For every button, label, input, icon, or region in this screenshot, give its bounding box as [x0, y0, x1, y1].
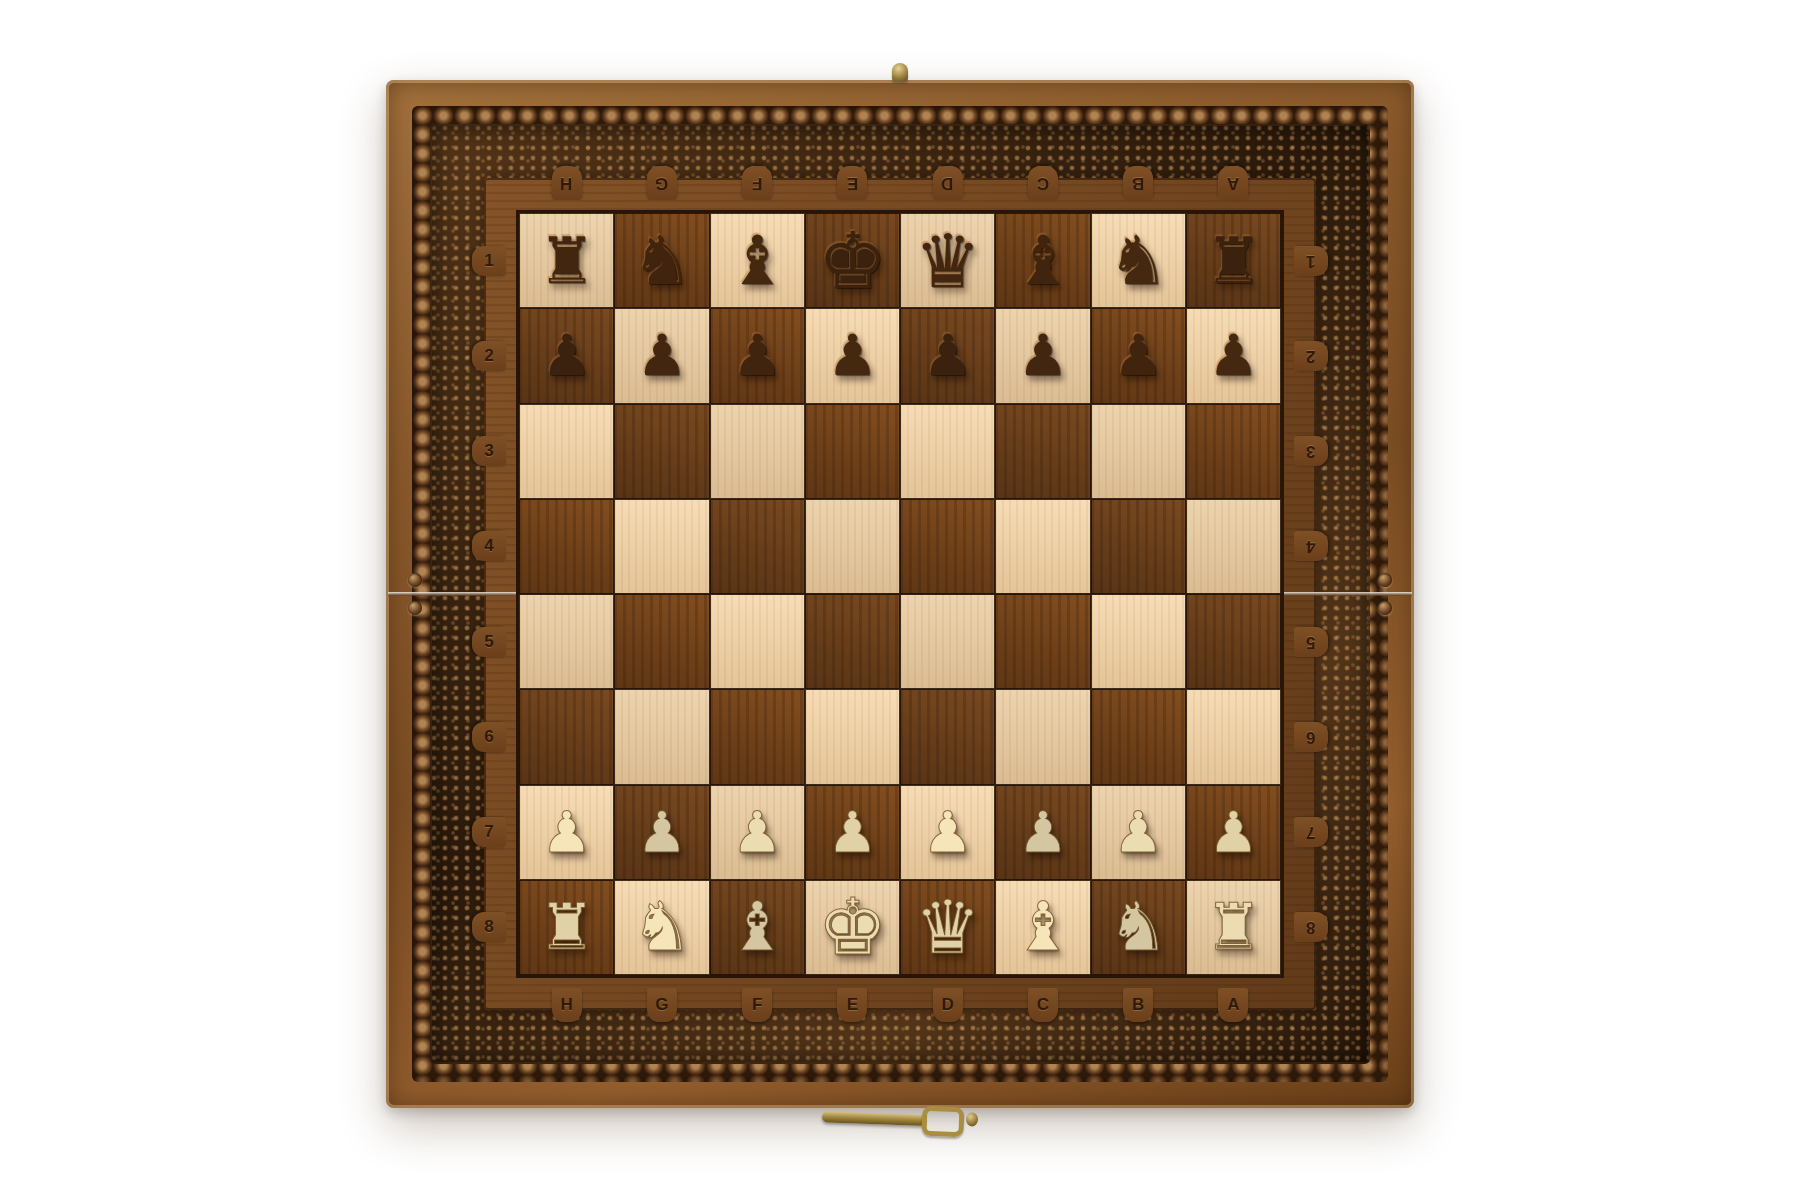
rank-label-right-1-text: 1: [1306, 251, 1315, 271]
square-e4[interactable]: [805, 499, 900, 594]
file-label-bottom-f: F: [742, 988, 772, 1022]
file-label-bottom-e: E: [837, 988, 867, 1022]
rank-label-left-3-text: 3: [484, 441, 493, 461]
rank-label-left-6: 6: [472, 722, 506, 752]
square-c6[interactable]: [995, 689, 1090, 784]
piece-white-bishop[interactable]: ♝: [1012, 893, 1073, 961]
hinge-pin-hole: [1378, 601, 1392, 615]
piece-black-pawn[interactable]: ♟: [827, 327, 878, 384]
file-label-bottom-e-text: E: [847, 995, 858, 1015]
square-f2[interactable]: ♟: [710, 308, 805, 403]
piece-white-pawn[interactable]: ♟: [1113, 804, 1164, 861]
rank-label-left-4-text: 4: [484, 536, 493, 556]
chess-box: ♜♞♝♚♛♝♞♜♟♟♟♟♟♟♟♟♟♟♟♟♟♟♟♟♜♞♝♚♛♝♞♜ HGFEDCB…: [386, 80, 1414, 1108]
square-d5[interactable]: [900, 594, 995, 689]
fold-seam-left-gap: [388, 592, 516, 596]
rank-label-right-7: 7: [1294, 817, 1328, 847]
hinge-knob: [892, 63, 908, 81]
photo-scene: ♜♞♝♚♛♝♞♜♟♟♟♟♟♟♟♟♟♟♟♟♟♟♟♟♜♞♝♚♛♝♞♜ HGFEDCB…: [0, 0, 1800, 1200]
rank-label-left-8-text: 8: [484, 917, 493, 937]
piece-white-pawn[interactable]: ♟: [827, 804, 878, 861]
square-h6[interactable]: [519, 689, 614, 784]
rank-label-right-4-text: 4: [1306, 536, 1315, 556]
file-label-top-d: D: [933, 166, 963, 200]
square-b8[interactable]: ♞: [1091, 880, 1186, 975]
rank-label-left-7-text: 7: [484, 822, 493, 842]
rank-label-left-8: 8: [472, 912, 506, 942]
square-h8[interactable]: ♜: [519, 880, 614, 975]
rank-label-right-2: 2: [1294, 341, 1328, 371]
square-d4[interactable]: [900, 499, 995, 594]
piece-white-pawn[interactable]: ♟: [1208, 804, 1259, 861]
piece-white-knight[interactable]: ♞: [631, 893, 692, 961]
square-e1[interactable]: ♚: [805, 213, 900, 308]
piece-black-bishop[interactable]: ♝: [727, 227, 788, 295]
piece-black-pawn[interactable]: ♟: [922, 327, 973, 384]
file-label-bottom-c: C: [1028, 988, 1058, 1022]
square-d3[interactable]: [900, 404, 995, 499]
square-b3[interactable]: [1091, 404, 1186, 499]
hinge-pin-hole: [1378, 573, 1392, 587]
square-h2[interactable]: ♟: [519, 308, 614, 403]
file-label-top-e-text: E: [847, 173, 858, 193]
file-label-bottom-f-text: F: [752, 995, 762, 1015]
square-b4[interactable]: [1091, 499, 1186, 594]
square-b1[interactable]: ♞: [1091, 213, 1186, 308]
piece-black-pawn[interactable]: ♟: [1113, 327, 1164, 384]
file-label-top-f-text: F: [752, 173, 762, 193]
piece-black-pawn[interactable]: ♟: [541, 327, 592, 384]
square-h1[interactable]: ♜: [519, 213, 614, 308]
square-g3[interactable]: [614, 404, 709, 499]
piece-white-queen[interactable]: ♛: [914, 890, 980, 964]
square-d8[interactable]: ♛: [900, 880, 995, 975]
square-g1[interactable]: ♞: [614, 213, 709, 308]
square-g4[interactable]: [614, 499, 709, 594]
square-b7[interactable]: ♟: [1091, 785, 1186, 880]
piece-black-pawn[interactable]: ♟: [732, 327, 783, 384]
file-label-bottom-d: D: [933, 988, 963, 1022]
file-label-top-h: H: [552, 166, 582, 200]
file-label-top-h-text: H: [560, 173, 572, 193]
file-label-bottom-h-text: H: [560, 995, 572, 1015]
square-d6[interactable]: [900, 689, 995, 784]
piece-white-pawn[interactable]: ♟: [1017, 804, 1068, 861]
file-label-top-d-text: D: [941, 173, 953, 193]
file-label-top-g-text: G: [655, 173, 668, 193]
square-f8[interactable]: ♝: [710, 880, 805, 975]
square-b5[interactable]: [1091, 594, 1186, 689]
file-label-top-c: C: [1028, 166, 1058, 200]
rank-label-right-6-text: 6: [1306, 727, 1315, 747]
file-label-bottom-g-text: G: [655, 995, 668, 1015]
rank-label-right-3: 3: [1294, 436, 1328, 466]
fold-seam: [390, 593, 1410, 595]
square-h4[interactable]: [519, 499, 614, 594]
rank-label-right-6: 6: [1294, 722, 1328, 752]
piece-white-pawn[interactable]: ♟: [541, 804, 592, 861]
file-label-top-b-text: B: [1132, 173, 1144, 193]
rank-label-left-1: 1: [472, 246, 506, 276]
square-c1[interactable]: ♝: [995, 213, 1090, 308]
square-c5[interactable]: [995, 594, 1090, 689]
square-f7[interactable]: ♟: [710, 785, 805, 880]
square-g7[interactable]: ♟: [614, 785, 709, 880]
square-a5[interactable]: [1186, 594, 1281, 689]
rank-label-right-5-text: 5: [1306, 632, 1315, 652]
file-label-bottom-b: B: [1123, 988, 1153, 1022]
rank-label-left-5: 5: [472, 627, 506, 657]
piece-black-queen[interactable]: ♛: [914, 224, 980, 298]
piece-white-bishop[interactable]: ♝: [727, 893, 788, 961]
rank-label-right-7-text: 7: [1306, 822, 1315, 842]
square-d2[interactable]: ♟: [900, 308, 995, 403]
file-label-top-e: E: [837, 166, 867, 200]
square-a2[interactable]: ♟: [1186, 308, 1281, 403]
file-label-top-f: F: [742, 166, 772, 200]
square-e3[interactable]: [805, 404, 900, 499]
file-label-top-a-text: A: [1227, 173, 1239, 193]
file-label-top-b: B: [1123, 166, 1153, 200]
file-label-top-g: G: [647, 166, 677, 200]
clasp-hook: [921, 1106, 964, 1137]
rank-label-right-8-text: 8: [1306, 917, 1315, 937]
fold-seam-right-gap: [1284, 592, 1412, 596]
piece-white-pawn[interactable]: ♟: [636, 804, 687, 861]
rank-label-left-2: 2: [472, 341, 506, 371]
file-label-bottom-c-text: C: [1037, 995, 1049, 1015]
square-d7[interactable]: ♟: [900, 785, 995, 880]
square-a8[interactable]: ♜: [1186, 880, 1281, 975]
square-b6[interactable]: [1091, 689, 1186, 784]
square-c8[interactable]: ♝: [995, 880, 1090, 975]
piece-black-king[interactable]: ♚: [817, 222, 887, 300]
rank-label-right-1: 1: [1294, 246, 1328, 276]
square-c3[interactable]: [995, 404, 1090, 499]
piece-white-rook[interactable]: ♜: [1205, 895, 1262, 959]
square-f5[interactable]: [710, 594, 805, 689]
file-label-top-c-text: C: [1037, 173, 1049, 193]
rank-label-left-1-text: 1: [484, 251, 493, 271]
piece-black-bishop[interactable]: ♝: [1012, 227, 1073, 295]
file-label-bottom-b-text: B: [1132, 995, 1144, 1015]
square-g5[interactable]: [614, 594, 709, 689]
piece-black-rook[interactable]: ♜: [1205, 229, 1262, 293]
square-e8[interactable]: ♚: [805, 880, 900, 975]
clasp-pin: [966, 1112, 978, 1126]
square-c4[interactable]: [995, 499, 1090, 594]
piece-white-pawn[interactable]: ♟: [922, 804, 973, 861]
square-a3[interactable]: [1186, 404, 1281, 499]
square-g2[interactable]: ♟: [614, 308, 709, 403]
file-label-bottom-g: G: [647, 988, 677, 1022]
hinge-pin-hole: [408, 573, 422, 587]
piece-white-rook[interactable]: ♜: [538, 895, 595, 959]
rank-label-left-4: 4: [472, 531, 506, 561]
square-c7[interactable]: ♟: [995, 785, 1090, 880]
piece-black-pawn[interactable]: ♟: [1017, 327, 1068, 384]
file-label-top-a: A: [1218, 166, 1248, 200]
square-d1[interactable]: ♛: [900, 213, 995, 308]
rank-label-left-2-text: 2: [484, 346, 493, 366]
square-e2[interactable]: ♟: [805, 308, 900, 403]
square-a6[interactable]: [1186, 689, 1281, 784]
piece-black-rook[interactable]: ♜: [538, 229, 595, 293]
square-a1[interactable]: ♜: [1186, 213, 1281, 308]
rank-label-right-5: 5: [1294, 627, 1328, 657]
square-h5[interactable]: [519, 594, 614, 689]
piece-black-pawn[interactable]: ♟: [636, 327, 687, 384]
square-f1[interactable]: ♝: [710, 213, 805, 308]
clasp-bar: [822, 1111, 926, 1126]
square-h7[interactable]: ♟: [519, 785, 614, 880]
hinge-pin-hole: [408, 601, 422, 615]
square-e6[interactable]: [805, 689, 900, 784]
piece-white-king[interactable]: ♚: [817, 888, 887, 966]
file-label-bottom-h: H: [552, 988, 582, 1022]
rank-label-right-4: 4: [1294, 531, 1328, 561]
clasp[interactable]: [822, 1101, 979, 1136]
piece-black-pawn[interactable]: ♟: [1208, 327, 1259, 384]
file-label-bottom-a-text: A: [1227, 995, 1239, 1015]
rank-label-left-6-text: 6: [484, 727, 493, 747]
piece-black-knight[interactable]: ♞: [631, 227, 692, 295]
square-b2[interactable]: ♟: [1091, 308, 1186, 403]
square-g6[interactable]: [614, 689, 709, 784]
file-label-bottom-a: A: [1218, 988, 1248, 1022]
piece-black-knight[interactable]: ♞: [1108, 227, 1169, 295]
square-f6[interactable]: [710, 689, 805, 784]
rank-label-right-3-text: 3: [1306, 441, 1315, 461]
rank-label-left-7: 7: [472, 817, 506, 847]
square-f3[interactable]: [710, 404, 805, 499]
file-label-bottom-d-text: D: [941, 995, 953, 1015]
square-a7[interactable]: ♟: [1186, 785, 1281, 880]
square-g8[interactable]: ♞: [614, 880, 709, 975]
square-f4[interactable]: [710, 499, 805, 594]
rank-label-right-2-text: 2: [1306, 346, 1315, 366]
piece-white-knight[interactable]: ♞: [1108, 893, 1169, 961]
square-h3[interactable]: [519, 404, 614, 499]
rank-label-left-5-text: 5: [484, 632, 493, 652]
rank-label-left-3: 3: [472, 436, 506, 466]
square-e7[interactable]: ♟: [805, 785, 900, 880]
square-c2[interactable]: ♟: [995, 308, 1090, 403]
square-a4[interactable]: [1186, 499, 1281, 594]
square-e5[interactable]: [805, 594, 900, 689]
rank-label-right-8: 8: [1294, 912, 1328, 942]
piece-white-pawn[interactable]: ♟: [732, 804, 783, 861]
